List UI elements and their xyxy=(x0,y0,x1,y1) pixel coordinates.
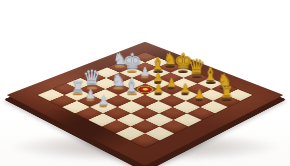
wood-base xyxy=(142,75,149,78)
wood-base xyxy=(192,75,202,78)
piece-stand: ♝ xyxy=(123,76,139,95)
bishop-glyph: ♝ xyxy=(123,76,139,94)
piece-gold-pawn[interactable]: ♟ xyxy=(149,85,168,104)
wood-base xyxy=(100,104,107,107)
piece-stand: ♟ xyxy=(153,82,164,95)
wood-base xyxy=(206,80,216,83)
photo-background: ♞♚♛♝♞♝♜♞♚♟♟♟♟♟♟♞♝♛♜♟♟ xyxy=(0,0,290,166)
wood-base xyxy=(182,92,189,95)
square-g6[interactable]: ♟ xyxy=(186,95,213,107)
piece-gold-rook[interactable]: ♜ xyxy=(217,91,236,110)
wood-base xyxy=(196,98,203,101)
piece-stand: ♟ xyxy=(98,93,109,106)
piece-stand: ♜ xyxy=(220,84,234,100)
wood-base xyxy=(155,92,162,95)
wood-base xyxy=(168,86,175,89)
wood-base xyxy=(222,98,232,101)
piece-stand: ♟ xyxy=(194,87,205,100)
wood-base xyxy=(127,92,137,95)
